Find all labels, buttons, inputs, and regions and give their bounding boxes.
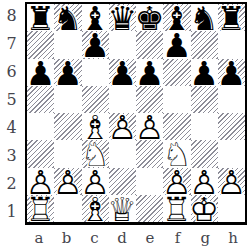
piece-black-pawn: ♟♟: [136, 59, 163, 86]
piece-white-pawn: ♟♙: [136, 114, 163, 141]
file-label-h: h: [219, 227, 247, 248]
piece-black-pawn: ♟♟: [191, 59, 218, 86]
piece-black-pawn: ♟♟: [218, 59, 245, 86]
square-b6[interactable]: ♟♟: [54, 59, 81, 86]
square-b8[interactable]: ♞♞: [54, 4, 81, 31]
file-label-f: f: [164, 227, 192, 248]
piece-black-knight: ♞♞: [54, 5, 81, 32]
square-c1[interactable]: ♝♗: [82, 195, 109, 222]
file-label-e: e: [136, 227, 164, 248]
piece-black-rook: ♜♜: [218, 5, 245, 32]
piece-black-pawn: ♟♟: [109, 59, 136, 86]
chess-diagram: 8 7 6 5 4 3 2 1 ♜♜♞♞♝♝♛♛♚♚♝♝♞♞♜♜♟♟♟♟♟♟♟♟…: [0, 0, 250, 250]
rank-label-8: 8: [0, 2, 23, 30]
piece-black-queen: ♛♛: [109, 5, 136, 32]
square-b5[interactable]: [54, 86, 81, 113]
rank-label-5: 5: [0, 86, 23, 114]
square-e4[interactable]: ♟♙: [136, 113, 163, 140]
square-e2[interactable]: [136, 168, 163, 195]
square-c7[interactable]: ♟♟: [82, 31, 109, 58]
piece-white-king: ♚♔: [191, 195, 218, 222]
square-d6[interactable]: ♟♟: [109, 59, 136, 86]
square-g4[interactable]: [191, 113, 218, 140]
piece-white-queen: ♛♕: [109, 195, 136, 222]
square-a8[interactable]: ♜♜: [27, 4, 54, 31]
file-label-d: d: [108, 227, 136, 248]
square-e8[interactable]: ♚♚: [136, 4, 163, 31]
square-f6[interactable]: [163, 59, 190, 86]
square-d8[interactable]: ♛♛: [109, 4, 136, 31]
piece-black-pawn: ♟♟: [163, 32, 190, 59]
rank-label-3: 3: [0, 141, 23, 169]
piece-white-rook: ♜♖: [163, 195, 190, 222]
square-f5[interactable]: [163, 86, 190, 113]
square-d4[interactable]: ♟♙: [109, 113, 136, 140]
rank-label-6: 6: [0, 58, 23, 86]
square-h4[interactable]: [218, 113, 245, 140]
square-e3[interactable]: [136, 140, 163, 167]
square-a4[interactable]: [27, 113, 54, 140]
file-label-a: a: [25, 227, 53, 248]
square-h6[interactable]: ♟♟: [218, 59, 245, 86]
piece-black-pawn: ♟♟: [54, 59, 81, 86]
square-a6[interactable]: ♟♟: [27, 59, 54, 86]
piece-black-knight: ♞♞: [191, 5, 218, 32]
square-e1[interactable]: [136, 195, 163, 222]
rank-label-7: 7: [0, 30, 23, 58]
piece-black-king: ♚♚: [136, 5, 163, 32]
piece-white-bishop: ♝♗: [82, 195, 109, 222]
rank-labels: 8 7 6 5 4 3 2 1: [0, 2, 23, 225]
piece-black-rook: ♜♜: [27, 5, 54, 32]
piece-white-pawn: ♟♙: [54, 168, 81, 195]
piece-white-pawn: ♟♙: [218, 168, 245, 195]
chess-board: ♜♜♞♞♝♝♛♛♚♚♝♝♞♞♜♜♟♟♟♟♟♟♟♟♟♟♟♟♟♟♟♟♝♗♟♙♟♙♞♘…: [25, 2, 247, 225]
file-label-c: c: [81, 227, 109, 248]
square-h2[interactable]: ♟♙: [218, 168, 245, 195]
rank-label-1: 1: [0, 197, 23, 225]
square-h5[interactable]: [218, 86, 245, 113]
square-g1[interactable]: ♚♔: [191, 195, 218, 222]
rank-label-4: 4: [0, 114, 23, 142]
square-b2[interactable]: ♟♙: [54, 168, 81, 195]
piece-white-rook: ♜♖: [27, 195, 54, 222]
rank-label-2: 2: [0, 169, 23, 197]
square-f7[interactable]: ♟♟: [163, 31, 190, 58]
square-d3[interactable]: [109, 140, 136, 167]
square-g8[interactable]: ♞♞: [191, 4, 218, 31]
square-d1[interactable]: ♛♕: [109, 195, 136, 222]
square-e6[interactable]: ♟♟: [136, 59, 163, 86]
square-b1[interactable]: [54, 195, 81, 222]
piece-white-pawn: ♟♙: [109, 114, 136, 141]
square-h8[interactable]: ♜♜: [218, 4, 245, 31]
square-c6[interactable]: [82, 59, 109, 86]
file-label-g: g: [192, 227, 220, 248]
file-labels: a b c d e f g h: [25, 227, 247, 248]
piece-black-pawn: ♟♟: [82, 32, 109, 59]
piece-black-pawn: ♟♟: [27, 59, 54, 86]
square-h1[interactable]: [218, 195, 245, 222]
square-g6[interactable]: ♟♟: [191, 59, 218, 86]
square-g5[interactable]: [191, 86, 218, 113]
file-label-b: b: [53, 227, 81, 248]
square-f1[interactable]: ♜♖: [163, 195, 190, 222]
square-b4[interactable]: [54, 113, 81, 140]
square-a1[interactable]: ♜♖: [27, 195, 54, 222]
square-a5[interactable]: [27, 86, 54, 113]
